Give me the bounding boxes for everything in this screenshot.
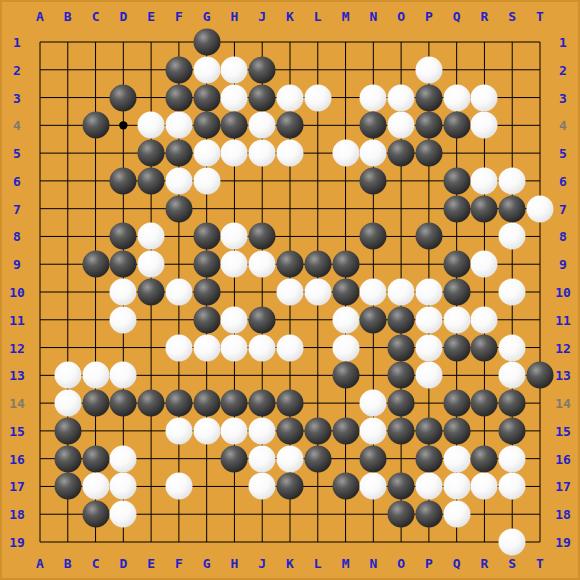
row-label-left-5: 5 bbox=[13, 147, 21, 160]
stone-black[interactable] bbox=[249, 223, 276, 250]
col-label-top-E: E bbox=[147, 10, 155, 23]
stone-black[interactable] bbox=[82, 445, 109, 472]
stone-black[interactable] bbox=[110, 390, 137, 417]
col-label-top-M: M bbox=[342, 10, 350, 23]
stone-black[interactable] bbox=[277, 417, 304, 444]
col-label-top-R: R bbox=[481, 10, 489, 23]
stone-black[interactable] bbox=[388, 306, 415, 333]
row-label-right-4: 4 bbox=[559, 119, 567, 132]
stone-black[interactable] bbox=[471, 445, 498, 472]
row-label-right-6: 6 bbox=[559, 174, 567, 187]
stone-white[interactable] bbox=[249, 251, 276, 278]
stone-black[interactable] bbox=[332, 473, 359, 500]
stone-white[interactable] bbox=[82, 473, 109, 500]
stone-white[interactable] bbox=[110, 473, 137, 500]
stone-black[interactable] bbox=[110, 223, 137, 250]
stone-black[interactable] bbox=[527, 362, 554, 389]
stone-black[interactable] bbox=[388, 501, 415, 528]
col-label-bottom-H: H bbox=[231, 557, 239, 570]
stone-white[interactable] bbox=[499, 362, 526, 389]
stone-black[interactable] bbox=[415, 501, 442, 528]
stone-black[interactable] bbox=[304, 445, 331, 472]
stone-white[interactable] bbox=[471, 112, 498, 139]
stone-black[interactable] bbox=[249, 390, 276, 417]
stone-white[interactable] bbox=[221, 306, 248, 333]
stone-white[interactable] bbox=[165, 279, 192, 306]
stone-black[interactable] bbox=[415, 140, 442, 167]
stone-white[interactable] bbox=[499, 529, 526, 556]
stone-white[interactable] bbox=[110, 279, 137, 306]
row-label-right-10: 10 bbox=[555, 286, 571, 299]
stone-black[interactable] bbox=[304, 417, 331, 444]
col-label-bottom-J: J bbox=[258, 557, 266, 570]
stone-black[interactable] bbox=[165, 56, 192, 83]
stone-black[interactable] bbox=[471, 390, 498, 417]
stone-black[interactable] bbox=[193, 223, 220, 250]
stone-white[interactable] bbox=[388, 279, 415, 306]
stone-white[interactable] bbox=[415, 306, 442, 333]
row-label-right-8: 8 bbox=[559, 230, 567, 243]
stone-white[interactable] bbox=[360, 279, 387, 306]
row-label-left-2: 2 bbox=[13, 63, 21, 76]
stone-white[interactable] bbox=[332, 334, 359, 361]
stone-white[interactable] bbox=[499, 223, 526, 250]
stone-black[interactable] bbox=[54, 473, 81, 500]
go-board[interactable]: AABBCCDDEEFFGGHHJJKKLLMMNNOOPPQQRRSSTT11… bbox=[0, 0, 580, 580]
stone-black[interactable] bbox=[110, 251, 137, 278]
row-label-left-14: 14 bbox=[9, 397, 25, 410]
stone-white[interactable] bbox=[193, 56, 220, 83]
stone-black[interactable] bbox=[110, 84, 137, 111]
stone-white[interactable] bbox=[193, 167, 220, 194]
col-label-top-C: C bbox=[92, 10, 100, 23]
stone-black[interactable] bbox=[360, 445, 387, 472]
col-label-bottom-M: M bbox=[342, 557, 350, 570]
stone-white[interactable] bbox=[360, 390, 387, 417]
stone-white[interactable] bbox=[165, 417, 192, 444]
stone-black[interactable] bbox=[193, 279, 220, 306]
row-label-right-1: 1 bbox=[559, 36, 567, 49]
stone-white[interactable] bbox=[110, 362, 137, 389]
row-label-left-15: 15 bbox=[9, 424, 25, 437]
stone-white[interactable] bbox=[360, 84, 387, 111]
stone-white[interactable] bbox=[277, 84, 304, 111]
stone-black[interactable] bbox=[471, 195, 498, 222]
stone-black[interactable] bbox=[388, 334, 415, 361]
row-label-right-9: 9 bbox=[559, 258, 567, 271]
row-label-left-4: 4 bbox=[13, 119, 21, 132]
col-label-top-L: L bbox=[314, 10, 322, 23]
row-label-left-1: 1 bbox=[13, 36, 21, 49]
row-label-right-11: 11 bbox=[555, 313, 571, 326]
row-label-right-17: 17 bbox=[555, 480, 571, 493]
stone-white[interactable] bbox=[54, 362, 81, 389]
stone-black[interactable] bbox=[388, 390, 415, 417]
stone-black[interactable] bbox=[249, 306, 276, 333]
stone-white[interactable] bbox=[443, 84, 470, 111]
row-label-left-11: 11 bbox=[9, 313, 25, 326]
col-label-top-J: J bbox=[258, 10, 266, 23]
stone-black[interactable] bbox=[415, 417, 442, 444]
stone-white[interactable] bbox=[499, 473, 526, 500]
stone-black[interactable] bbox=[443, 167, 470, 194]
stone-white[interactable] bbox=[471, 306, 498, 333]
stone-white[interactable] bbox=[443, 306, 470, 333]
stone-black[interactable] bbox=[388, 140, 415, 167]
stone-white[interactable] bbox=[360, 417, 387, 444]
stone-white[interactable] bbox=[110, 445, 137, 472]
col-label-top-H: H bbox=[231, 10, 239, 23]
row-label-right-2: 2 bbox=[559, 63, 567, 76]
col-label-top-N: N bbox=[369, 10, 377, 23]
row-label-left-16: 16 bbox=[9, 452, 25, 465]
col-label-top-O: O bbox=[397, 10, 405, 23]
row-label-left-3: 3 bbox=[13, 91, 21, 104]
stone-black[interactable] bbox=[388, 362, 415, 389]
stone-black[interactable] bbox=[332, 362, 359, 389]
stone-white[interactable] bbox=[471, 84, 498, 111]
stone-black[interactable] bbox=[443, 195, 470, 222]
col-label-bottom-E: E bbox=[147, 557, 155, 570]
stone-white[interactable] bbox=[332, 306, 359, 333]
stone-black[interactable] bbox=[360, 167, 387, 194]
stone-black[interactable] bbox=[499, 195, 526, 222]
stone-black[interactable] bbox=[82, 251, 109, 278]
stone-black[interactable] bbox=[54, 417, 81, 444]
stone-white[interactable] bbox=[249, 473, 276, 500]
stone-black[interactable] bbox=[415, 445, 442, 472]
col-label-bottom-G: G bbox=[203, 557, 211, 570]
col-label-top-B: B bbox=[64, 10, 72, 23]
stone-white[interactable] bbox=[193, 417, 220, 444]
row-label-left-10: 10 bbox=[9, 286, 25, 299]
col-label-top-P: P bbox=[425, 10, 433, 23]
stone-black[interactable] bbox=[360, 223, 387, 250]
stone-white[interactable] bbox=[277, 334, 304, 361]
stone-black[interactable] bbox=[304, 251, 331, 278]
stone-black[interactable] bbox=[221, 390, 248, 417]
stone-white[interactable] bbox=[221, 56, 248, 83]
stone-black[interactable] bbox=[360, 306, 387, 333]
stone-black[interactable] bbox=[499, 390, 526, 417]
hoshi-point bbox=[119, 121, 127, 129]
stone-black[interactable] bbox=[443, 251, 470, 278]
stone-black[interactable] bbox=[499, 417, 526, 444]
row-label-left-17: 17 bbox=[9, 480, 25, 493]
stone-black[interactable] bbox=[138, 167, 165, 194]
stone-white[interactable] bbox=[221, 417, 248, 444]
row-label-right-13: 13 bbox=[555, 369, 571, 382]
stone-white[interactable] bbox=[221, 334, 248, 361]
stone-white[interactable] bbox=[277, 279, 304, 306]
stone-black[interactable] bbox=[165, 140, 192, 167]
stone-black[interactable] bbox=[360, 112, 387, 139]
row-label-right-16: 16 bbox=[555, 452, 571, 465]
row-label-right-7: 7 bbox=[559, 202, 567, 215]
stone-white[interactable] bbox=[249, 140, 276, 167]
stone-black[interactable] bbox=[277, 390, 304, 417]
stone-white[interactable] bbox=[304, 279, 331, 306]
stone-white[interactable] bbox=[360, 140, 387, 167]
stone-white[interactable] bbox=[527, 195, 554, 222]
stone-white[interactable] bbox=[110, 306, 137, 333]
col-label-top-G: G bbox=[203, 10, 211, 23]
col-label-bottom-Q: Q bbox=[453, 557, 461, 570]
stone-black[interactable] bbox=[332, 279, 359, 306]
stone-black[interactable] bbox=[193, 306, 220, 333]
stone-white[interactable] bbox=[415, 362, 442, 389]
stone-black[interactable] bbox=[471, 334, 498, 361]
stone-black[interactable] bbox=[138, 390, 165, 417]
row-label-right-3: 3 bbox=[559, 91, 567, 104]
row-label-right-14: 14 bbox=[555, 397, 571, 410]
stone-white[interactable] bbox=[249, 417, 276, 444]
stone-white[interactable] bbox=[82, 362, 109, 389]
row-label-right-5: 5 bbox=[559, 147, 567, 160]
row-label-left-18: 18 bbox=[9, 508, 25, 521]
stone-black[interactable] bbox=[221, 112, 248, 139]
stone-black[interactable] bbox=[193, 251, 220, 278]
col-label-bottom-L: L bbox=[314, 557, 322, 570]
stone-white[interactable] bbox=[415, 279, 442, 306]
stone-black[interactable] bbox=[443, 279, 470, 306]
stone-black[interactable] bbox=[277, 112, 304, 139]
col-label-bottom-T: T bbox=[536, 557, 544, 570]
row-label-left-6: 6 bbox=[13, 174, 21, 187]
stone-black[interactable] bbox=[138, 140, 165, 167]
stone-black[interactable] bbox=[443, 390, 470, 417]
stone-white[interactable] bbox=[388, 84, 415, 111]
stone-white[interactable] bbox=[249, 445, 276, 472]
row-label-right-18: 18 bbox=[555, 508, 571, 521]
stone-black[interactable] bbox=[415, 84, 442, 111]
stone-black[interactable] bbox=[193, 112, 220, 139]
col-label-top-Q: Q bbox=[453, 10, 461, 23]
stone-black[interactable] bbox=[193, 390, 220, 417]
stone-white[interactable] bbox=[360, 473, 387, 500]
stone-black[interactable] bbox=[388, 473, 415, 500]
col-label-bottom-N: N bbox=[369, 557, 377, 570]
stone-white[interactable] bbox=[471, 167, 498, 194]
stone-white[interactable] bbox=[443, 473, 470, 500]
col-label-bottom-C: C bbox=[92, 557, 100, 570]
stone-black[interactable] bbox=[54, 445, 81, 472]
stone-black[interactable] bbox=[165, 390, 192, 417]
row-label-left-12: 12 bbox=[9, 341, 25, 354]
row-label-left-13: 13 bbox=[9, 369, 25, 382]
stone-black[interactable] bbox=[82, 390, 109, 417]
stone-black[interactable] bbox=[82, 501, 109, 528]
stone-black[interactable] bbox=[332, 417, 359, 444]
row-label-right-19: 19 bbox=[555, 536, 571, 549]
stone-white[interactable] bbox=[221, 223, 248, 250]
stone-white[interactable] bbox=[415, 56, 442, 83]
stone-black[interactable] bbox=[193, 84, 220, 111]
col-label-bottom-A: A bbox=[36, 557, 44, 570]
stone-white[interactable] bbox=[165, 334, 192, 361]
stone-white[interactable] bbox=[304, 84, 331, 111]
row-label-right-12: 12 bbox=[555, 341, 571, 354]
stone-white[interactable] bbox=[249, 112, 276, 139]
col-label-top-F: F bbox=[175, 10, 183, 23]
stone-white[interactable] bbox=[138, 251, 165, 278]
stone-white[interactable] bbox=[499, 167, 526, 194]
col-label-bottom-S: S bbox=[508, 557, 516, 570]
stone-white[interactable] bbox=[138, 223, 165, 250]
col-label-bottom-R: R bbox=[481, 557, 489, 570]
stone-white[interactable] bbox=[388, 112, 415, 139]
col-label-top-D: D bbox=[119, 10, 127, 23]
stone-white[interactable] bbox=[110, 501, 137, 528]
row-label-left-8: 8 bbox=[13, 230, 21, 243]
col-label-top-A: A bbox=[36, 10, 44, 23]
stone-black[interactable] bbox=[138, 279, 165, 306]
row-label-left-9: 9 bbox=[13, 258, 21, 271]
row-label-right-15: 15 bbox=[555, 424, 571, 437]
stone-white[interactable] bbox=[443, 445, 470, 472]
stone-white[interactable] bbox=[193, 140, 220, 167]
col-label-bottom-B: B bbox=[64, 557, 72, 570]
col-label-bottom-O: O bbox=[397, 557, 405, 570]
stone-white[interactable] bbox=[193, 334, 220, 361]
stone-black[interactable] bbox=[332, 251, 359, 278]
stone-black[interactable] bbox=[82, 112, 109, 139]
col-label-bottom-P: P bbox=[425, 557, 433, 570]
stone-black[interactable] bbox=[193, 29, 220, 56]
stone-white[interactable] bbox=[277, 445, 304, 472]
stone-black[interactable] bbox=[249, 84, 276, 111]
stone-white[interactable] bbox=[499, 334, 526, 361]
stone-black[interactable] bbox=[277, 251, 304, 278]
stone-white[interactable] bbox=[165, 473, 192, 500]
col-label-top-K: K bbox=[286, 10, 294, 23]
stone-black[interactable] bbox=[415, 112, 442, 139]
stone-white[interactable] bbox=[415, 334, 442, 361]
col-label-bottom-D: D bbox=[119, 557, 127, 570]
col-label-top-T: T bbox=[536, 10, 544, 23]
stone-white[interactable] bbox=[221, 84, 248, 111]
col-label-bottom-K: K bbox=[286, 557, 294, 570]
stone-white[interactable] bbox=[249, 334, 276, 361]
stone-white[interactable] bbox=[221, 251, 248, 278]
col-label-top-S: S bbox=[508, 10, 516, 23]
stone-white[interactable] bbox=[471, 473, 498, 500]
stone-white[interactable] bbox=[138, 112, 165, 139]
stone-white[interactable] bbox=[54, 390, 81, 417]
stone-white[interactable] bbox=[332, 140, 359, 167]
row-label-left-7: 7 bbox=[13, 202, 21, 215]
stone-black[interactable] bbox=[443, 417, 470, 444]
stone-white[interactable] bbox=[165, 167, 192, 194]
stone-white[interactable] bbox=[443, 501, 470, 528]
stone-white[interactable] bbox=[471, 251, 498, 278]
stone-white[interactable] bbox=[165, 112, 192, 139]
stone-white[interactable] bbox=[221, 140, 248, 167]
stone-black[interactable] bbox=[249, 56, 276, 83]
stone-black[interactable] bbox=[277, 473, 304, 500]
stone-black[interactable] bbox=[443, 334, 470, 361]
stone-black[interactable] bbox=[221, 445, 248, 472]
stone-black[interactable] bbox=[165, 195, 192, 222]
stone-white[interactable] bbox=[277, 140, 304, 167]
stone-white[interactable] bbox=[499, 279, 526, 306]
stone-black[interactable] bbox=[165, 84, 192, 111]
stone-white[interactable] bbox=[499, 445, 526, 472]
stone-black[interactable] bbox=[415, 223, 442, 250]
stone-white[interactable] bbox=[415, 473, 442, 500]
stone-black[interactable] bbox=[388, 417, 415, 444]
row-label-left-19: 19 bbox=[9, 536, 25, 549]
col-label-bottom-F: F bbox=[175, 557, 183, 570]
stone-black[interactable] bbox=[443, 112, 470, 139]
stone-black[interactable] bbox=[110, 167, 137, 194]
